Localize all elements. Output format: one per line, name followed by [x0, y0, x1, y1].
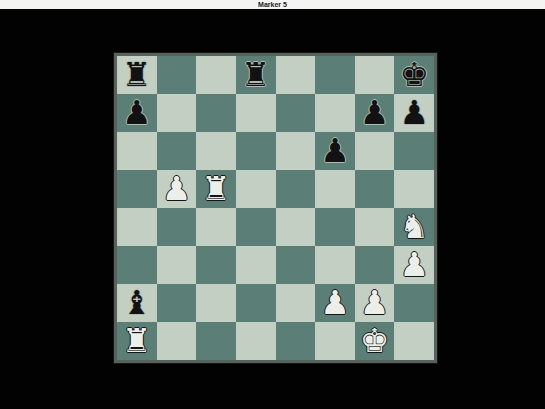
square-a4[interactable]	[117, 208, 157, 246]
square-d5[interactable]	[236, 170, 276, 208]
square-d4[interactable]	[236, 208, 276, 246]
square-g2[interactable]: ♟	[355, 284, 395, 322]
square-h6[interactable]	[394, 132, 434, 170]
square-f1[interactable]	[315, 322, 355, 360]
square-d3[interactable]	[236, 246, 276, 284]
piece-black-king[interactable]: ♚	[399, 58, 429, 91]
square-h4[interactable]: ♞	[394, 208, 434, 246]
square-a5[interactable]	[117, 170, 157, 208]
square-g1[interactable]: ♚	[355, 322, 395, 360]
square-f3[interactable]	[315, 246, 355, 284]
window-title: Marker 5	[258, 0, 287, 9]
square-e5[interactable]	[276, 170, 316, 208]
square-a6[interactable]	[117, 132, 157, 170]
piece-white-knight[interactable]: ♞	[399, 210, 429, 243]
square-h2[interactable]	[394, 284, 434, 322]
square-c4[interactable]	[196, 208, 236, 246]
square-g8[interactable]	[355, 56, 395, 94]
piece-white-rook[interactable]: ♜	[122, 324, 152, 357]
square-g7[interactable]: ♟	[355, 94, 395, 132]
square-h1[interactable]	[394, 322, 434, 360]
square-b4[interactable]	[157, 208, 197, 246]
square-e8[interactable]	[276, 56, 316, 94]
piece-white-pawn[interactable]: ♟	[360, 286, 390, 319]
piece-black-pawn[interactable]: ♟	[122, 96, 152, 129]
square-c1[interactable]	[196, 322, 236, 360]
square-b7[interactable]	[157, 94, 197, 132]
square-c5[interactable]: ♜	[196, 170, 236, 208]
piece-white-rook[interactable]: ♜	[201, 172, 231, 205]
piece-white-pawn[interactable]: ♟	[320, 286, 350, 319]
square-c2[interactable]	[196, 284, 236, 322]
piece-white-pawn[interactable]: ♟	[399, 248, 429, 281]
square-a1[interactable]: ♜	[117, 322, 157, 360]
square-d7[interactable]	[236, 94, 276, 132]
piece-black-pawn[interactable]: ♟	[320, 134, 350, 167]
square-b2[interactable]	[157, 284, 197, 322]
square-g6[interactable]	[355, 132, 395, 170]
square-a7[interactable]: ♟	[117, 94, 157, 132]
chess-board: ♜♜♚♟♟♟♟♟♜♞♟♝♟♟♜♚	[114, 53, 437, 363]
square-c7[interactable]	[196, 94, 236, 132]
square-h8[interactable]: ♚	[394, 56, 434, 94]
square-h7[interactable]: ♟	[394, 94, 434, 132]
square-b8[interactable]	[157, 56, 197, 94]
square-f4[interactable]	[315, 208, 355, 246]
square-a8[interactable]: ♜	[117, 56, 157, 94]
square-e3[interactable]	[276, 246, 316, 284]
square-f2[interactable]: ♟	[315, 284, 355, 322]
square-a3[interactable]	[117, 246, 157, 284]
square-b6[interactable]	[157, 132, 197, 170]
square-c3[interactable]	[196, 246, 236, 284]
piece-white-pawn[interactable]: ♟	[162, 172, 192, 205]
piece-black-rook[interactable]: ♜	[122, 58, 152, 91]
square-g5[interactable]	[355, 170, 395, 208]
square-a2[interactable]: ♝	[117, 284, 157, 322]
square-d6[interactable]	[236, 132, 276, 170]
piece-black-pawn[interactable]: ♟	[399, 96, 429, 129]
square-g4[interactable]	[355, 208, 395, 246]
square-e7[interactable]	[276, 94, 316, 132]
square-g3[interactable]	[355, 246, 395, 284]
square-f6[interactable]: ♟	[315, 132, 355, 170]
piece-black-pawn[interactable]: ♟	[360, 96, 390, 129]
square-d2[interactable]	[236, 284, 276, 322]
square-e4[interactable]	[276, 208, 316, 246]
square-c6[interactable]	[196, 132, 236, 170]
square-h5[interactable]	[394, 170, 434, 208]
square-f7[interactable]	[315, 94, 355, 132]
title-bar: Marker 5	[0, 0, 545, 11]
piece-black-rook[interactable]: ♜	[241, 58, 271, 91]
square-e1[interactable]	[276, 322, 316, 360]
square-c8[interactable]	[196, 56, 236, 94]
square-e2[interactable]	[276, 284, 316, 322]
square-h3[interactable]: ♟	[394, 246, 434, 284]
square-f8[interactable]	[315, 56, 355, 94]
square-f5[interactable]	[315, 170, 355, 208]
square-d8[interactable]: ♜	[236, 56, 276, 94]
square-b5[interactable]: ♟	[157, 170, 197, 208]
square-d1[interactable]	[236, 322, 276, 360]
piece-black-bishop[interactable]: ♝	[122, 286, 152, 319]
square-e6[interactable]	[276, 132, 316, 170]
square-b3[interactable]	[157, 246, 197, 284]
square-b1[interactable]	[157, 322, 197, 360]
piece-white-king[interactable]: ♚	[360, 324, 390, 357]
